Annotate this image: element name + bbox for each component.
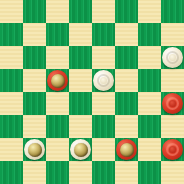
square-c2	[46, 138, 69, 161]
square-a2	[0, 138, 23, 161]
square-a4	[0, 92, 23, 115]
red-man[interactable]	[162, 139, 183, 160]
square-c7[interactable]	[46, 23, 69, 46]
square-d4[interactable]	[69, 92, 92, 115]
square-b7	[23, 23, 46, 46]
square-f8[interactable]	[115, 0, 138, 23]
checkers-board	[0, 0, 184, 184]
white-king[interactable]	[24, 139, 45, 160]
square-a3[interactable]	[0, 115, 23, 138]
square-d6[interactable]	[69, 46, 92, 69]
square-g1[interactable]	[138, 161, 161, 184]
square-d1	[69, 161, 92, 184]
square-h2[interactable]	[161, 138, 184, 161]
red-king[interactable]	[47, 70, 68, 91]
king-gold-ball-icon	[28, 143, 42, 157]
square-h5	[161, 69, 184, 92]
square-e3[interactable]	[92, 115, 115, 138]
square-g5[interactable]	[138, 69, 161, 92]
square-e7[interactable]	[92, 23, 115, 46]
square-g6	[138, 46, 161, 69]
king-gold-ball-icon	[120, 143, 134, 157]
square-g8	[138, 0, 161, 23]
square-h8[interactable]	[161, 0, 184, 23]
king-gold-ball-icon	[74, 143, 88, 157]
square-d2[interactable]	[69, 138, 92, 161]
white-man[interactable]	[93, 70, 114, 91]
square-e6	[92, 46, 115, 69]
square-d3	[69, 115, 92, 138]
square-c4	[46, 92, 69, 115]
square-a7[interactable]	[0, 23, 23, 46]
square-b2[interactable]	[23, 138, 46, 161]
square-h1	[161, 161, 184, 184]
square-d8[interactable]	[69, 0, 92, 23]
square-e8	[92, 0, 115, 23]
square-g2	[138, 138, 161, 161]
square-f3	[115, 115, 138, 138]
square-g7[interactable]	[138, 23, 161, 46]
king-gold-ball-icon	[51, 74, 65, 88]
square-a5[interactable]	[0, 69, 23, 92]
square-c3[interactable]	[46, 115, 69, 138]
square-f6[interactable]	[115, 46, 138, 69]
square-c1[interactable]	[46, 161, 69, 184]
square-d7	[69, 23, 92, 46]
white-king[interactable]	[70, 139, 91, 160]
square-h6[interactable]	[161, 46, 184, 69]
square-h4[interactable]	[161, 92, 184, 115]
square-c5[interactable]	[46, 69, 69, 92]
square-a6	[0, 46, 23, 69]
square-g4	[138, 92, 161, 115]
square-b1	[23, 161, 46, 184]
square-b5	[23, 69, 46, 92]
red-man[interactable]	[162, 93, 183, 114]
square-e1[interactable]	[92, 161, 115, 184]
square-e5[interactable]	[92, 69, 115, 92]
square-a1[interactable]	[0, 161, 23, 184]
square-f1	[115, 161, 138, 184]
square-f4[interactable]	[115, 92, 138, 115]
square-b8[interactable]	[23, 0, 46, 23]
square-e4	[92, 92, 115, 115]
square-b4[interactable]	[23, 92, 46, 115]
square-g3[interactable]	[138, 115, 161, 138]
square-f2[interactable]	[115, 138, 138, 161]
white-man[interactable]	[162, 47, 183, 68]
square-f7	[115, 23, 138, 46]
square-d5	[69, 69, 92, 92]
square-b3	[23, 115, 46, 138]
square-a8	[0, 0, 23, 23]
square-f5	[115, 69, 138, 92]
square-c6	[46, 46, 69, 69]
square-e2	[92, 138, 115, 161]
square-b6[interactable]	[23, 46, 46, 69]
red-king[interactable]	[116, 139, 137, 160]
square-h3	[161, 115, 184, 138]
square-c8	[46, 0, 69, 23]
square-h7	[161, 23, 184, 46]
